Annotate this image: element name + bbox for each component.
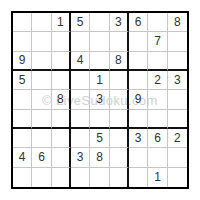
sudoku-screenshot: 1536879485123839536246381 © LiveSudoku.c… [0, 0, 200, 200]
given-digit: 8 [57, 93, 64, 105]
cell-r1c1[interactable] [13, 13, 32, 32]
cell-r7c8[interactable]: 6 [148, 129, 167, 148]
cell-r4c3[interactable] [52, 71, 71, 90]
cell-r1c2[interactable] [32, 13, 51, 32]
cell-r2c7[interactable] [129, 32, 148, 51]
cell-r7c5[interactable]: 5 [90, 129, 109, 148]
given-digit: 6 [38, 151, 45, 163]
cell-r4c1[interactable]: 5 [13, 71, 32, 90]
cell-r4c9[interactable]: 3 [168, 71, 187, 90]
given-digit: 3 [96, 93, 103, 105]
cell-r9c3[interactable] [52, 168, 71, 187]
cell-r5c9[interactable] [168, 90, 187, 109]
cell-r9c6[interactable] [110, 168, 129, 187]
given-digit: 5 [77, 16, 84, 28]
cell-r9c1[interactable] [13, 168, 32, 187]
cell-r3c4[interactable]: 4 [71, 52, 90, 71]
given-digit: 8 [115, 54, 122, 66]
cell-r8c3[interactable] [52, 148, 71, 167]
given-digit: 3 [174, 74, 181, 86]
sudoku-board: 1536879485123839536246381 [11, 11, 189, 189]
cell-r7c2[interactable] [32, 129, 51, 148]
cell-r2c9[interactable] [168, 32, 187, 51]
cell-r2c3[interactable] [52, 32, 71, 51]
given-digit: 3 [77, 151, 84, 163]
given-digit: 1 [57, 16, 64, 28]
cell-r3c9[interactable] [168, 52, 187, 71]
cell-r5c5[interactable]: 3 [90, 90, 109, 109]
given-digit: 9 [135, 93, 142, 105]
cell-r4c2[interactable] [32, 71, 51, 90]
cell-r3c2[interactable] [32, 52, 51, 71]
cell-r9c2[interactable] [32, 168, 51, 187]
given-digit: 5 [19, 74, 26, 86]
cell-r7c1[interactable] [13, 129, 32, 148]
given-digit: 9 [19, 54, 26, 66]
cell-r1c8[interactable] [148, 13, 167, 32]
cell-r8c2[interactable]: 6 [32, 148, 51, 167]
cell-r5c8[interactable] [148, 90, 167, 109]
cell-r7c7[interactable]: 3 [129, 129, 148, 148]
cell-r4c7[interactable] [129, 71, 148, 90]
given-digit: 2 [174, 132, 181, 144]
given-digit: 7 [154, 35, 161, 47]
cell-r5c1[interactable] [13, 90, 32, 109]
cell-r6c7[interactable] [129, 110, 148, 129]
cell-r2c4[interactable] [71, 32, 90, 51]
given-digit: 4 [77, 54, 84, 66]
cell-r3c3[interactable] [52, 52, 71, 71]
cell-r8c6[interactable] [110, 148, 129, 167]
cell-r9c8[interactable]: 1 [148, 168, 167, 187]
cell-r7c3[interactable] [52, 129, 71, 148]
cell-r7c9[interactable]: 2 [168, 129, 187, 148]
cell-r5c6[interactable] [110, 90, 129, 109]
cell-r8c7[interactable] [129, 148, 148, 167]
cell-r1c3[interactable]: 1 [52, 13, 71, 32]
given-digit: 8 [96, 151, 103, 163]
cell-r6c6[interactable] [110, 110, 129, 129]
cell-r7c4[interactable] [71, 129, 90, 148]
cell-r1c4[interactable]: 5 [71, 13, 90, 32]
given-digit: 3 [135, 132, 142, 144]
cell-r3c8[interactable] [148, 52, 167, 71]
cell-r9c9[interactable] [168, 168, 187, 187]
cell-r2c8[interactable]: 7 [148, 32, 167, 51]
cell-r4c5[interactable]: 1 [90, 71, 109, 90]
cell-r9c4[interactable] [71, 168, 90, 187]
cell-r2c2[interactable] [32, 32, 51, 51]
cell-r4c6[interactable] [110, 71, 129, 90]
cell-r9c5[interactable] [90, 168, 109, 187]
cell-r6c8[interactable] [148, 110, 167, 129]
cell-r9c7[interactable] [129, 168, 148, 187]
cell-r6c3[interactable] [52, 110, 71, 129]
cell-r1c6[interactable]: 3 [110, 13, 129, 32]
cell-r1c7[interactable]: 6 [129, 13, 148, 32]
cell-r2c6[interactable] [110, 32, 129, 51]
cell-r6c1[interactable] [13, 110, 32, 129]
given-digit: 8 [174, 16, 181, 28]
given-digit: 1 [96, 74, 103, 86]
cell-r5c2[interactable] [32, 90, 51, 109]
cell-r5c7[interactable]: 9 [129, 90, 148, 109]
cell-r8c1[interactable]: 4 [13, 148, 32, 167]
cell-r1c5[interactable] [90, 13, 109, 32]
cell-r5c3[interactable]: 8 [52, 90, 71, 109]
given-digit: 6 [154, 132, 161, 144]
cell-r6c9[interactable] [168, 110, 187, 129]
cell-r6c2[interactable] [32, 110, 51, 129]
cell-r3c7[interactable] [129, 52, 148, 71]
given-digit: 1 [154, 171, 161, 183]
cell-r2c5[interactable] [90, 32, 109, 51]
cell-r8c5[interactable]: 8 [90, 148, 109, 167]
given-digit: 5 [96, 132, 103, 144]
cell-r7c6[interactable] [110, 129, 129, 148]
cell-r5c4[interactable] [71, 90, 90, 109]
cell-r8c9[interactable] [168, 148, 187, 167]
cell-r8c4[interactable]: 3 [71, 148, 90, 167]
cell-r4c4[interactable] [71, 71, 90, 90]
cell-r3c6[interactable]: 8 [110, 52, 129, 71]
cell-r8c8[interactable] [148, 148, 167, 167]
given-digit: 2 [154, 74, 161, 86]
cell-r6c4[interactable] [71, 110, 90, 129]
cell-r3c5[interactable] [90, 52, 109, 71]
cell-r1c9[interactable]: 8 [168, 13, 187, 32]
cell-r6c5[interactable] [90, 110, 109, 129]
cell-r4c8[interactable]: 2 [148, 71, 167, 90]
given-digit: 3 [115, 16, 122, 28]
given-digit: 6 [135, 16, 142, 28]
given-digit: 4 [19, 151, 26, 163]
cell-r3c1[interactable]: 9 [13, 52, 32, 71]
cell-r2c1[interactable] [13, 32, 32, 51]
